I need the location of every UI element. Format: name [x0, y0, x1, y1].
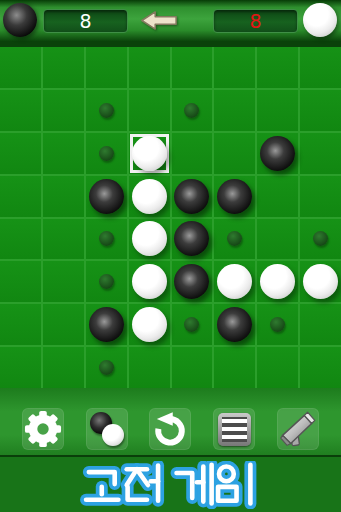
board-cell[interactable]	[172, 90, 213, 131]
board-cell[interactable]	[300, 90, 341, 131]
white-piece-icon	[303, 3, 337, 37]
legal-move-hint	[184, 317, 199, 332]
board-cell[interactable]	[257, 133, 298, 174]
board-cell[interactable]	[172, 47, 213, 88]
legal-move-hint	[227, 231, 242, 246]
undo-button[interactable]	[149, 408, 191, 450]
board-cell[interactable]	[300, 47, 341, 88]
board-cell[interactable]	[257, 219, 298, 260]
app-screen: 8 8	[0, 0, 341, 512]
board-cell[interactable]	[257, 304, 298, 345]
board-cell[interactable]	[43, 47, 84, 88]
board-cell[interactable]	[129, 219, 170, 260]
board-cell[interactable]	[257, 261, 298, 302]
board-cell[interactable]	[43, 261, 84, 302]
board-cell[interactable]	[257, 90, 298, 131]
board-cell[interactable]	[300, 219, 341, 260]
board-cell[interactable]	[214, 133, 255, 174]
white-disc	[217, 264, 252, 299]
menu-icon	[218, 413, 251, 446]
black-disc	[174, 264, 209, 299]
board-cell[interactable]	[0, 133, 41, 174]
banner: 고전 게임	[0, 455, 341, 512]
white-disc	[260, 264, 295, 299]
board-cell[interactable]	[172, 347, 213, 388]
black-disc	[174, 179, 209, 214]
pieces-icon	[89, 411, 125, 447]
white-disc	[132, 264, 167, 299]
toolbar-area	[0, 388, 341, 455]
board-cell[interactable]	[86, 219, 127, 260]
board-cell[interactable]	[43, 347, 84, 388]
announce-button[interactable]	[277, 408, 319, 450]
toolbar	[0, 408, 341, 450]
legal-move-hint	[184, 103, 199, 118]
board-cell[interactable]	[86, 133, 127, 174]
board-cell[interactable]	[257, 347, 298, 388]
board-cell[interactable]	[86, 176, 127, 217]
board-cell[interactable]	[0, 304, 41, 345]
board-cell[interactable]	[257, 47, 298, 88]
board-cell[interactable]	[129, 176, 170, 217]
board-cell[interactable]	[172, 304, 213, 345]
board-cell[interactable]	[86, 347, 127, 388]
white-disc	[132, 136, 167, 171]
settings-button[interactable]	[22, 408, 64, 450]
board-cell[interactable]	[214, 176, 255, 217]
board-cell[interactable]	[172, 219, 213, 260]
legal-move-hint	[270, 317, 285, 332]
board-cell[interactable]	[214, 47, 255, 88]
board-cell[interactable]	[43, 133, 84, 174]
white-disc	[132, 179, 167, 214]
board-cell[interactable]	[0, 90, 41, 131]
legal-move-hint	[99, 103, 114, 118]
legal-move-hint	[99, 146, 114, 161]
white-disc	[132, 221, 167, 256]
board-cell[interactable]	[300, 347, 341, 388]
board-cell[interactable]	[172, 133, 213, 174]
black-disc	[260, 136, 295, 171]
undo-icon	[150, 409, 190, 449]
board-cell[interactable]	[0, 176, 41, 217]
legal-move-hint	[99, 231, 114, 246]
board-cell[interactable]	[172, 176, 213, 217]
board-cell[interactable]	[43, 176, 84, 217]
board-cell[interactable]	[257, 176, 298, 217]
board-cell[interactable]	[214, 219, 255, 260]
board-cell[interactable]	[86, 304, 127, 345]
black-piece-icon	[3, 3, 37, 37]
board-cell[interactable]	[300, 261, 341, 302]
board-cell[interactable]	[129, 133, 170, 174]
board-cell[interactable]	[86, 261, 127, 302]
board	[0, 47, 341, 388]
black-disc	[89, 307, 124, 342]
board-cell[interactable]	[86, 47, 127, 88]
board-cell[interactable]	[129, 90, 170, 131]
gear-icon	[24, 410, 62, 448]
legal-move-hint	[99, 360, 114, 375]
white-score-box: 8	[213, 9, 298, 33]
turn-arrow-icon	[140, 11, 178, 30]
white-disc	[303, 264, 338, 299]
black-score-value: 8	[79, 12, 91, 31]
discs-button[interactable]	[86, 408, 128, 450]
megaphone-icon	[278, 409, 318, 449]
board-cell[interactable]	[43, 304, 84, 345]
board-cell[interactable]	[0, 261, 41, 302]
board-cell[interactable]	[129, 47, 170, 88]
board-cell[interactable]	[43, 219, 84, 260]
board-cell[interactable]	[129, 347, 170, 388]
black-disc	[174, 221, 209, 256]
board-cell[interactable]	[300, 133, 341, 174]
white-score-value: 8	[249, 12, 261, 31]
legal-move-hint	[313, 231, 328, 246]
board-cell[interactable]	[300, 304, 341, 345]
black-disc	[217, 179, 252, 214]
board-cell[interactable]	[214, 347, 255, 388]
legal-move-hint	[99, 274, 114, 289]
board-cell[interactable]	[86, 90, 127, 131]
black-disc	[89, 179, 124, 214]
board-cell[interactable]	[172, 261, 213, 302]
board-cell[interactable]	[0, 347, 41, 388]
board-cell[interactable]	[129, 304, 170, 345]
menu-button[interactable]	[213, 408, 255, 450]
white-disc	[132, 307, 167, 342]
board-cell[interactable]	[214, 90, 255, 131]
banner-art	[79, 461, 263, 509]
board-cell[interactable]	[43, 90, 84, 131]
board-cell[interactable]	[129, 261, 170, 302]
board-cell[interactable]	[300, 176, 341, 217]
black-disc	[217, 307, 252, 342]
board-cell[interactable]	[214, 261, 255, 302]
black-score-box: 8	[43, 9, 128, 33]
board-cell[interactable]	[0, 47, 41, 88]
score-bar: 8 8	[0, 0, 341, 41]
board-cell[interactable]	[0, 219, 41, 260]
board-cell[interactable]	[214, 304, 255, 345]
